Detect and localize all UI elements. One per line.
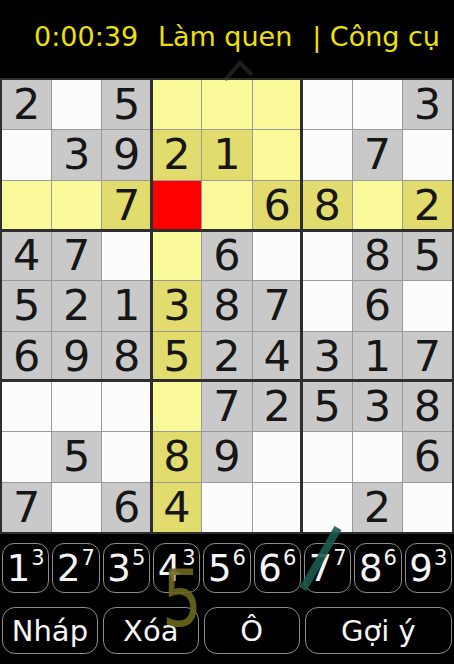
digit-button-2[interactable]: 27 bbox=[52, 543, 99, 593]
digit-remaining-count: 5 bbox=[132, 548, 145, 569]
sudoku-cell[interactable] bbox=[102, 432, 151, 481]
digit-label: 6 bbox=[258, 550, 282, 587]
sudoku-cell[interactable] bbox=[202, 181, 251, 230]
sudoku-cell[interactable] bbox=[253, 231, 302, 280]
sudoku-cell[interactable]: 6 bbox=[253, 181, 302, 230]
digit-remaining-count: 3 bbox=[182, 548, 195, 569]
sudoku-cell[interactable] bbox=[353, 181, 402, 230]
sudoku-cell[interactable]: 7 bbox=[202, 382, 251, 431]
sudoku-cell[interactable]: 1 bbox=[102, 281, 151, 330]
sudoku-cell[interactable] bbox=[403, 130, 452, 179]
box-divider-vertical-1 bbox=[150, 80, 153, 532]
sudoku-cell[interactable] bbox=[403, 483, 452, 532]
sudoku-cell[interactable] bbox=[253, 80, 302, 129]
digit-remaining-count: 3 bbox=[31, 548, 44, 569]
sudoku-cell[interactable]: 4 bbox=[253, 332, 302, 381]
sudoku-cell[interactable]: 8 bbox=[403, 382, 452, 431]
sudoku-cell[interactable]: 4 bbox=[152, 483, 201, 532]
digit-remaining-count: 7 bbox=[82, 548, 95, 569]
box-divider-horizontal-1 bbox=[2, 229, 452, 232]
sudoku-cell[interactable]: 6 bbox=[102, 483, 151, 532]
digit-remaining-count: 6 bbox=[283, 548, 296, 569]
sudoku-cell[interactable]: 5 bbox=[403, 231, 452, 280]
sudoku-cell[interactable] bbox=[253, 483, 302, 532]
sudoku-cell[interactable]: 7 bbox=[253, 281, 302, 330]
sudoku-cell[interactable]: 7 bbox=[102, 181, 151, 230]
sudoku-cell[interactable] bbox=[353, 80, 402, 129]
digit-button-4[interactable]: 43 bbox=[153, 543, 200, 593]
tools-menu[interactable]: | Công cụ bbox=[312, 21, 440, 52]
box-divider-vertical-2 bbox=[300, 80, 303, 532]
sudoku-cell[interactable] bbox=[152, 231, 201, 280]
sudoku-cell[interactable] bbox=[202, 483, 251, 532]
sudoku-cell[interactable]: 5 bbox=[152, 332, 201, 381]
sudoku-board: 2533921776824768552138766985243177253858… bbox=[0, 78, 454, 534]
sudoku-cell[interactable]: 1 bbox=[353, 332, 402, 381]
sudoku-cell[interactable]: 6 bbox=[202, 231, 251, 280]
erase-button[interactable]: Xóa bbox=[103, 607, 199, 654]
sudoku-cell[interactable]: 8 bbox=[353, 231, 402, 280]
sudoku-cell[interactable]: 2 bbox=[202, 332, 251, 381]
sudoku-cell[interactable]: 1 bbox=[202, 130, 251, 179]
sudoku-cell[interactable]: 9 bbox=[102, 130, 151, 179]
digit-remaining-count: 7 bbox=[333, 548, 346, 569]
sudoku-cell[interactable]: 2 bbox=[353, 483, 402, 532]
digit-button-8[interactable]: 86 bbox=[354, 543, 401, 593]
sudoku-cell[interactable] bbox=[202, 80, 251, 129]
sudoku-cell[interactable] bbox=[303, 80, 352, 129]
sudoku-cell[interactable] bbox=[152, 80, 201, 129]
sudoku-cell-selected[interactable] bbox=[152, 181, 201, 230]
top-bar: 0:00:39 Làm quen | Công cụ bbox=[0, 0, 454, 78]
sudoku-cell[interactable]: 3 bbox=[403, 80, 452, 129]
digit-label: 5 bbox=[208, 550, 232, 587]
digit-label: 2 bbox=[57, 550, 81, 587]
digit-remaining-count: 6 bbox=[233, 548, 246, 569]
sudoku-cell[interactable]: 2 bbox=[2, 80, 51, 129]
sudoku-cell[interactable]: 2 bbox=[152, 130, 201, 179]
sudoku-cell[interactable]: 2 bbox=[253, 382, 302, 431]
sudoku-cell[interactable]: 7 bbox=[52, 231, 101, 280]
action-bar: Nháp Xóa Ô Gợi ý bbox=[2, 607, 452, 654]
sudoku-cell[interactable]: 6 bbox=[353, 281, 402, 330]
sudoku-cell[interactable]: 3 bbox=[353, 382, 402, 431]
sudoku-cell[interactable] bbox=[403, 281, 452, 330]
sudoku-cell[interactable] bbox=[303, 483, 352, 532]
box-divider-horizontal-2 bbox=[2, 379, 452, 382]
sudoku-cell[interactable] bbox=[303, 231, 352, 280]
sudoku-cell[interactable]: 2 bbox=[403, 181, 452, 230]
sudoku-cell[interactable]: 5 bbox=[303, 382, 352, 431]
sudoku-cell[interactable] bbox=[253, 130, 302, 179]
digit-button-7[interactable]: 77 bbox=[304, 543, 351, 593]
sudoku-cell[interactable] bbox=[2, 382, 51, 431]
sudoku-cell[interactable] bbox=[52, 483, 101, 532]
sudoku-cell[interactable]: 3 bbox=[52, 130, 101, 179]
sudoku-cell[interactable]: 7 bbox=[2, 483, 51, 532]
sudoku-cell[interactable]: 8 bbox=[202, 281, 251, 330]
sudoku-cell[interactable]: 8 bbox=[303, 181, 352, 230]
sudoku-cell[interactable]: 5 bbox=[102, 80, 151, 129]
sudoku-cell[interactable] bbox=[2, 432, 51, 481]
sudoku-cell[interactable]: 5 bbox=[52, 432, 101, 481]
sudoku-cell[interactable] bbox=[152, 382, 201, 431]
sudoku-cell[interactable]: 4 bbox=[2, 231, 51, 280]
sudoku-cell[interactable]: 6 bbox=[403, 432, 452, 481]
sudoku-cell[interactable] bbox=[303, 130, 352, 179]
sudoku-cell[interactable] bbox=[253, 432, 302, 481]
sudoku-cell[interactable]: 9 bbox=[202, 432, 251, 481]
sudoku-cell[interactable] bbox=[303, 281, 352, 330]
digit-button-3[interactable]: 35 bbox=[103, 543, 150, 593]
hint-button[interactable]: Gợi ý bbox=[305, 607, 452, 654]
sudoku-cell[interactable]: 8 bbox=[152, 432, 201, 481]
digit-button-5[interactable]: 56 bbox=[203, 543, 250, 593]
sudoku-cell[interactable]: 5 bbox=[2, 281, 51, 330]
sudoku-cell[interactable]: 7 bbox=[353, 130, 402, 179]
sudoku-cell[interactable] bbox=[102, 231, 151, 280]
sudoku-cell[interactable]: 8 bbox=[102, 332, 151, 381]
sudoku-cell[interactable] bbox=[2, 130, 51, 179]
digit-label: 4 bbox=[158, 550, 182, 587]
numpad: 132735435666778693 bbox=[2, 543, 452, 593]
timer: 0:00:39 bbox=[34, 21, 138, 52]
sudoku-cell[interactable] bbox=[102, 382, 151, 431]
sudoku-cell[interactable] bbox=[303, 432, 352, 481]
sudoku-cell[interactable]: 3 bbox=[303, 332, 352, 381]
digit-button-6[interactable]: 66 bbox=[254, 543, 301, 593]
sudoku-cell[interactable] bbox=[52, 181, 101, 230]
sudoku-cell[interactable]: 3 bbox=[152, 281, 201, 330]
notes-button[interactable]: Nháp bbox=[2, 607, 98, 654]
sudoku-cell[interactable] bbox=[2, 181, 51, 230]
digit-label: 3 bbox=[107, 550, 131, 587]
digit-button-9[interactable]: 93 bbox=[405, 543, 452, 593]
difficulty-label: Làm quen bbox=[158, 21, 292, 52]
sudoku-cell[interactable]: 9 bbox=[52, 332, 101, 381]
sudoku-cell[interactable]: 7 bbox=[403, 332, 452, 381]
cell-button[interactable]: Ô bbox=[204, 607, 300, 654]
digit-remaining-count: 6 bbox=[384, 548, 397, 569]
sudoku-cell[interactable] bbox=[52, 80, 101, 129]
sudoku-cell[interactable]: 6 bbox=[2, 332, 51, 381]
sudoku-cell[interactable] bbox=[353, 432, 402, 481]
digit-label: 8 bbox=[359, 550, 383, 587]
sudoku-cell[interactable] bbox=[52, 382, 101, 431]
digit-remaining-count: 3 bbox=[434, 548, 447, 569]
sudoku-cell[interactable]: 2 bbox=[52, 281, 101, 330]
digit-button-1[interactable]: 13 bbox=[2, 543, 49, 593]
digit-label: 1 bbox=[7, 550, 31, 587]
digit-label: 9 bbox=[409, 550, 433, 587]
digit-label: 7 bbox=[309, 550, 333, 587]
